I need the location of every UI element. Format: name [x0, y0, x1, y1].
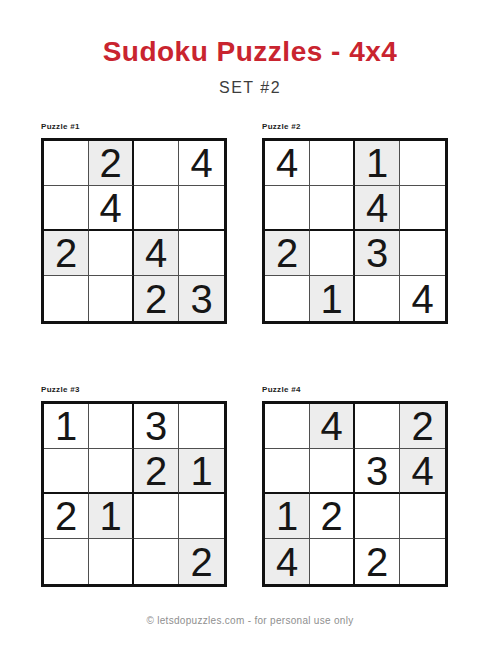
- puzzle-3-label: Puzzle #3: [41, 384, 227, 396]
- sudoku-grid-4: 42341242: [262, 401, 448, 587]
- cell-r2c1-given-2: 2: [310, 494, 355, 539]
- cell-r1c2-given-3: 3: [355, 449, 400, 494]
- cell-r0c1-empty: [89, 404, 134, 449]
- cell-r2c1-empty: [310, 231, 355, 276]
- puzzle-1-label: Puzzle #1: [41, 121, 227, 133]
- cell-r3c0-empty: [44, 539, 89, 584]
- puzzle-2-label: Puzzle #2: [262, 121, 448, 133]
- cell-r1c2-given-2: 2: [134, 449, 179, 494]
- cell-r0c2-empty: [134, 141, 179, 186]
- cell-r2c0-given-2: 2: [44, 231, 89, 276]
- cell-r0c2-given-3: 3: [134, 404, 179, 449]
- sudoku-grid-1: 2442423: [41, 138, 227, 324]
- cell-r3c1-empty: [89, 276, 134, 321]
- cell-r2c2-empty: [134, 494, 179, 539]
- cell-r1c3-given-1: 1: [179, 449, 224, 494]
- cell-r2c2-empty: [355, 494, 400, 539]
- cell-r0c3-given-4: 4: [179, 141, 224, 186]
- cell-r3c1-empty: [89, 539, 134, 584]
- sudoku-grid-3: 1321212: [41, 401, 227, 587]
- cell-r2c3-empty: [400, 231, 445, 276]
- puzzle-3: Puzzle #3 1321212: [41, 384, 227, 587]
- cell-r2c3-empty: [179, 231, 224, 276]
- cell-r0c3-given-2: 2: [400, 404, 445, 449]
- cell-r1c1-empty: [310, 186, 355, 231]
- puzzle-2: Puzzle #2 4142314: [262, 121, 448, 324]
- cell-r0c2-given-1: 1: [355, 141, 400, 186]
- cell-r2c0-given-2: 2: [44, 494, 89, 539]
- cell-r1c2-given-4: 4: [355, 186, 400, 231]
- cell-r0c0-given-4: 4: [265, 141, 310, 186]
- cell-r3c3-empty: [400, 539, 445, 584]
- cell-r1c1-empty: [89, 449, 134, 494]
- cell-r2c2-given-4: 4: [134, 231, 179, 276]
- cell-r2c3-empty: [179, 494, 224, 539]
- cell-r3c3-given-3: 3: [179, 276, 224, 321]
- puzzle-4-label: Puzzle #4: [262, 384, 448, 396]
- cell-r1c2-empty: [134, 186, 179, 231]
- cell-r1c0-empty: [265, 186, 310, 231]
- cell-r1c3-empty: [179, 186, 224, 231]
- page: Sudoku Puzzles - 4x4 SET #2 Puzzle #1 24…: [0, 0, 500, 647]
- cell-r0c2-empty: [355, 404, 400, 449]
- cell-r3c2-empty: [355, 276, 400, 321]
- sudoku-grid-2: 4142314: [262, 138, 448, 324]
- cell-r3c0-given-4: 4: [265, 539, 310, 584]
- cell-r2c0-given-1: 1: [265, 494, 310, 539]
- cell-r0c0-empty: [44, 141, 89, 186]
- cell-r0c1-given-2: 2: [89, 141, 134, 186]
- cell-r0c0-empty: [265, 404, 310, 449]
- cell-r0c3-empty: [400, 141, 445, 186]
- footer-text: © letsdopuzzles.com - for personal use o…: [0, 615, 500, 626]
- cell-r0c1-given-4: 4: [310, 404, 355, 449]
- cell-r1c1-empty: [310, 449, 355, 494]
- cell-r1c0-empty: [265, 449, 310, 494]
- page-title: Sudoku Puzzles - 4x4: [0, 36, 500, 68]
- cell-r0c1-empty: [310, 141, 355, 186]
- cell-r3c2-given-2: 2: [134, 276, 179, 321]
- cell-r1c0-empty: [44, 449, 89, 494]
- cell-r0c0-given-1: 1: [44, 404, 89, 449]
- cell-r1c3-empty: [400, 186, 445, 231]
- cell-r2c2-given-3: 3: [355, 231, 400, 276]
- cell-r3c2-given-2: 2: [355, 539, 400, 584]
- cell-r2c3-empty: [400, 494, 445, 539]
- cell-r3c0-empty: [44, 276, 89, 321]
- cell-r2c1-empty: [89, 231, 134, 276]
- cell-r3c3-given-4: 4: [400, 276, 445, 321]
- cell-r2c0-given-2: 2: [265, 231, 310, 276]
- cell-r1c0-empty: [44, 186, 89, 231]
- page-subtitle: SET #2: [0, 79, 500, 97]
- cell-r3c3-given-2: 2: [179, 539, 224, 584]
- puzzle-1: Puzzle #1 2442423: [41, 121, 227, 324]
- cell-r3c0-empty: [265, 276, 310, 321]
- puzzle-4: Puzzle #4 42341242: [262, 384, 448, 587]
- cell-r3c1-given-1: 1: [310, 276, 355, 321]
- cell-r2c1-given-1: 1: [89, 494, 134, 539]
- cell-r1c1-given-4: 4: [89, 186, 134, 231]
- cell-r3c1-empty: [310, 539, 355, 584]
- cell-r0c3-empty: [179, 404, 224, 449]
- cell-r3c2-empty: [134, 539, 179, 584]
- cell-r1c3-given-4: 4: [400, 449, 445, 494]
